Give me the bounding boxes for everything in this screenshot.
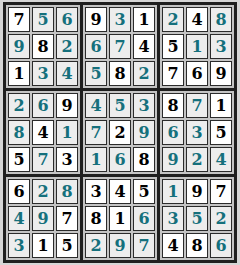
cell-r3c7[interactable]: 7 (162, 61, 184, 86)
box-6: 871635924 (160, 91, 234, 174)
cell-r6c3[interactable]: 3 (56, 147, 78, 172)
cell-r2c2[interactable]: 8 (32, 34, 54, 59)
cell-r3c4[interactable]: 5 (85, 61, 107, 86)
cell-r9c2[interactable]: 1 (32, 233, 54, 258)
cell-r1c8[interactable]: 4 (186, 7, 208, 32)
cell-r7c5[interactable]: 4 (109, 179, 131, 204)
cell-r2c9[interactable]: 3 (210, 34, 232, 59)
cell-r7c6[interactable]: 5 (133, 179, 155, 204)
cell-r6c2[interactable]: 7 (32, 147, 54, 172)
cell-r6c8[interactable]: 2 (186, 147, 208, 172)
cell-r2c8[interactable]: 1 (186, 34, 208, 59)
cell-r8c4[interactable]: 8 (85, 206, 107, 231)
cell-r9c5[interactable]: 9 (109, 233, 131, 258)
cell-r5c2[interactable]: 4 (32, 120, 54, 145)
cell-r6c5[interactable]: 6 (109, 147, 131, 172)
cell-r9c7[interactable]: 4 (162, 233, 184, 258)
cell-r7c2[interactable]: 2 (32, 179, 54, 204)
cell-r1c1[interactable]: 7 (8, 7, 30, 32)
cell-r3c6[interactable]: 2 (133, 61, 155, 86)
cell-r3c3[interactable]: 4 (56, 61, 78, 86)
box-9: 197352486 (160, 177, 234, 260)
page: 7569821349316745822485137692698415734537… (0, 0, 240, 265)
box-1: 756982134 (6, 5, 80, 88)
cell-r9c8[interactable]: 8 (186, 233, 208, 258)
cell-r8c8[interactable]: 5 (186, 206, 208, 231)
box-8: 345816297 (83, 177, 157, 260)
cell-r7c8[interactable]: 9 (186, 179, 208, 204)
cell-r3c9[interactable]: 9 (210, 61, 232, 86)
cell-r4c1[interactable]: 2 (8, 93, 30, 118)
cell-r5c7[interactable]: 6 (162, 120, 184, 145)
cell-r4c8[interactable]: 7 (186, 93, 208, 118)
cell-r7c9[interactable]: 7 (210, 179, 232, 204)
cell-r4c5[interactable]: 5 (109, 93, 131, 118)
cell-r8c1[interactable]: 4 (8, 206, 30, 231)
cell-r3c8[interactable]: 6 (186, 61, 208, 86)
box-2: 931674582 (83, 5, 157, 88)
cell-r2c1[interactable]: 9 (8, 34, 30, 59)
cell-r9c4[interactable]: 2 (85, 233, 107, 258)
cell-r6c9[interactable]: 4 (210, 147, 232, 172)
cell-r1c4[interactable]: 9 (85, 7, 107, 32)
cell-r4c3[interactable]: 9 (56, 93, 78, 118)
cell-r5c8[interactable]: 3 (186, 120, 208, 145)
cell-r5c4[interactable]: 7 (85, 120, 107, 145)
cell-r1c3[interactable]: 6 (56, 7, 78, 32)
cell-r7c3[interactable]: 8 (56, 179, 78, 204)
cell-r4c4[interactable]: 4 (85, 93, 107, 118)
cell-r1c6[interactable]: 1 (133, 7, 155, 32)
cell-r9c3[interactable]: 5 (56, 233, 78, 258)
box-3: 248513769 (160, 5, 234, 88)
cell-r6c1[interactable]: 5 (8, 147, 30, 172)
cell-r8c9[interactable]: 2 (210, 206, 232, 231)
cell-r8c6[interactable]: 6 (133, 206, 155, 231)
cell-r7c1[interactable]: 6 (8, 179, 30, 204)
cell-r1c2[interactable]: 5 (32, 7, 54, 32)
cell-r8c5[interactable]: 1 (109, 206, 131, 231)
cell-r5c5[interactable]: 2 (109, 120, 131, 145)
cell-r9c1[interactable]: 3 (8, 233, 30, 258)
cell-r6c4[interactable]: 1 (85, 147, 107, 172)
cell-r3c5[interactable]: 8 (109, 61, 131, 86)
cell-r8c3[interactable]: 7 (56, 206, 78, 231)
cell-r4c9[interactable]: 1 (210, 93, 232, 118)
cell-r2c5[interactable]: 7 (109, 34, 131, 59)
cell-r5c6[interactable]: 9 (133, 120, 155, 145)
cell-r5c3[interactable]: 1 (56, 120, 78, 145)
cell-r2c7[interactable]: 5 (162, 34, 184, 59)
cell-r9c9[interactable]: 6 (210, 233, 232, 258)
box-5: 453729168 (83, 91, 157, 174)
box-4: 269841573 (6, 91, 80, 174)
cell-r6c6[interactable]: 8 (133, 147, 155, 172)
cell-r8c7[interactable]: 3 (162, 206, 184, 231)
cell-r4c7[interactable]: 8 (162, 93, 184, 118)
cell-r3c1[interactable]: 1 (8, 61, 30, 86)
cell-r6c7[interactable]: 9 (162, 147, 184, 172)
cell-r1c5[interactable]: 3 (109, 7, 131, 32)
cell-r5c1[interactable]: 8 (8, 120, 30, 145)
cell-r4c6[interactable]: 3 (133, 93, 155, 118)
cell-r4c2[interactable]: 6 (32, 93, 54, 118)
sudoku-board: 7569821349316745822485137692698415734537… (3, 2, 237, 263)
cell-r8c2[interactable]: 9 (32, 206, 54, 231)
cell-r3c2[interactable]: 3 (32, 61, 54, 86)
cell-r7c7[interactable]: 1 (162, 179, 184, 204)
cell-r5c9[interactable]: 5 (210, 120, 232, 145)
cell-r1c9[interactable]: 8 (210, 7, 232, 32)
cell-r2c3[interactable]: 2 (56, 34, 78, 59)
cell-r2c4[interactable]: 6 (85, 34, 107, 59)
cell-r2c6[interactable]: 4 (133, 34, 155, 59)
cell-r7c4[interactable]: 3 (85, 179, 107, 204)
box-7: 628497315 (6, 177, 80, 260)
cell-r9c6[interactable]: 7 (133, 233, 155, 258)
cell-r1c7[interactable]: 2 (162, 7, 184, 32)
